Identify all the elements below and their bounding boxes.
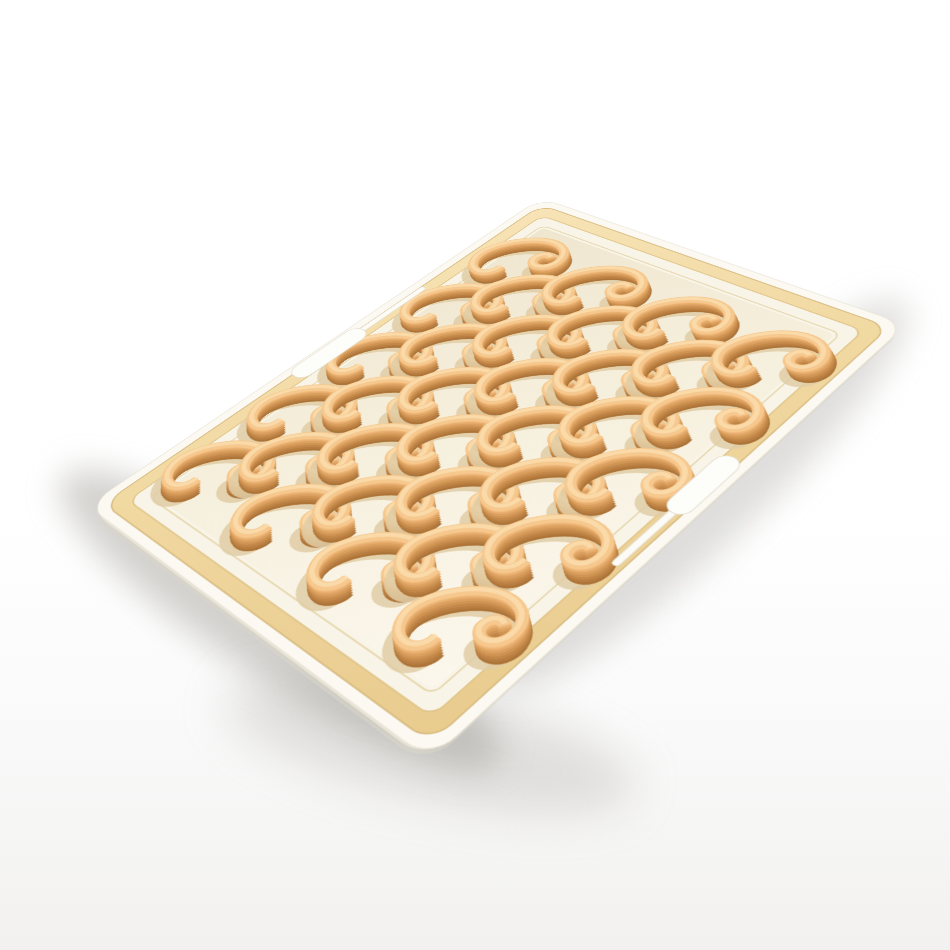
studio-backdrop	[0, 0, 950, 950]
